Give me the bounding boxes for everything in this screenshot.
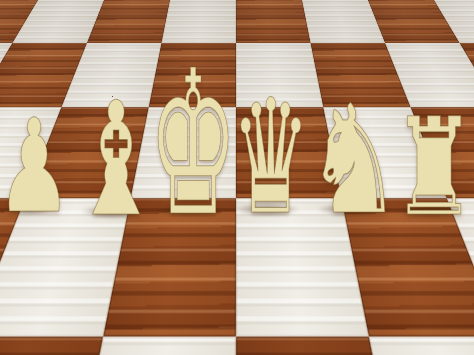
piece-layer: ♟♝♚♛♞♜ [0, 0, 474, 355]
chessboard-photo-scene: ♟♝♚♛♞♜ [0, 0, 474, 355]
piece-white-pawn: ♟ [0, 102, 72, 231]
piece-white-king: ♚ [148, 44, 238, 244]
piece-white-rook: ♜ [392, 100, 474, 235]
piece-white-knight: ♞ [306, 85, 403, 235]
piece-white-queen: ♛ [231, 78, 310, 236]
